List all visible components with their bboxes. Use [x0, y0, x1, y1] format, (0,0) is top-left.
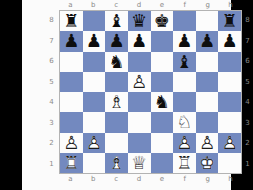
- square-e8[interactable]: ♚: [151, 11, 174, 31]
- square-a1[interactable]: ♜♖: [60, 153, 83, 173]
- square-c2[interactable]: [105, 133, 128, 153]
- piece-white-queen: ♕: [128, 153, 151, 173]
- square-e5[interactable]: [151, 72, 174, 92]
- square-b1[interactable]: [83, 153, 106, 173]
- piece-black-pawn: ♟: [128, 31, 151, 51]
- square-e6[interactable]: [151, 52, 174, 72]
- square-b4[interactable]: [83, 92, 106, 112]
- square-c4[interactable]: ♝♗: [105, 92, 128, 112]
- piece-white-king: ♔: [196, 153, 219, 173]
- square-c5[interactable]: [105, 72, 128, 92]
- piece-white-bishop: ♗: [105, 153, 128, 173]
- square-d8[interactable]: ♛: [128, 11, 151, 31]
- square-e3[interactable]: [151, 112, 174, 132]
- rank-label-right-8: 8: [242, 10, 253, 31]
- file-label-bottom-g: g: [196, 174, 219, 188]
- square-c6[interactable]: ♞: [105, 52, 128, 72]
- square-g8[interactable]: [196, 11, 219, 31]
- square-h6[interactable]: [218, 52, 241, 72]
- square-c8[interactable]: ♝: [105, 11, 128, 31]
- piece-white-pawn: ♙: [128, 72, 151, 92]
- piece-white-pawn: ♙: [173, 133, 196, 153]
- piece-white-pawn-fill: ♟: [83, 133, 106, 153]
- square-a5[interactable]: [60, 72, 83, 92]
- piece-black-pawn: ♟: [173, 31, 196, 51]
- rank-label-left-8: 8: [44, 10, 59, 31]
- file-label-bottom-h: h: [219, 174, 242, 188]
- square-g6[interactable]: [196, 52, 219, 72]
- square-h4[interactable]: [218, 92, 241, 112]
- rank-label-right-4: 4: [242, 92, 253, 113]
- square-f7[interactable]: ♟: [173, 31, 196, 51]
- piece-black-knight: ♞: [105, 52, 128, 72]
- rank-label-right-2: 2: [242, 133, 253, 154]
- file-label-top-f: f: [173, 0, 196, 10]
- file-label-bottom-f: f: [173, 174, 196, 188]
- file-label-top-d: d: [128, 0, 151, 10]
- file-label-top-e: e: [151, 0, 174, 10]
- piece-black-pawn: ♟: [60, 31, 83, 51]
- piece-black-rook: ♜: [60, 11, 83, 31]
- square-h3[interactable]: [218, 112, 241, 132]
- square-h7[interactable]: ♟: [218, 31, 241, 51]
- piece-white-queen-fill: ♛: [128, 153, 151, 173]
- square-f6[interactable]: ♝: [173, 52, 196, 72]
- square-b2[interactable]: ♟♙: [83, 133, 106, 153]
- piece-white-pawn: ♙: [196, 133, 219, 153]
- square-b6[interactable]: [83, 52, 106, 72]
- square-e7[interactable]: [151, 31, 174, 51]
- square-h1[interactable]: [218, 153, 241, 173]
- piece-white-pawn-fill: ♟: [60, 133, 83, 153]
- piece-white-pawn-fill: ♟: [128, 72, 151, 92]
- square-g5[interactable]: [196, 72, 219, 92]
- piece-white-rook: ♖: [173, 153, 196, 173]
- square-h5[interactable]: [218, 72, 241, 92]
- square-h2[interactable]: ♟♙: [218, 133, 241, 153]
- piece-white-knight-fill: ♞: [173, 112, 196, 132]
- rank-label-left-7: 7: [44, 31, 59, 52]
- square-b5[interactable]: [83, 72, 106, 92]
- piece-black-pawn: ♟: [218, 31, 241, 51]
- piece-white-pawn: ♙: [83, 133, 106, 153]
- square-b7[interactable]: ♟: [83, 31, 106, 51]
- piece-white-pawn: ♙: [218, 133, 241, 153]
- piece-black-queen: ♛: [128, 11, 151, 31]
- piece-black-rook: ♜: [218, 11, 241, 31]
- piece-black-knight: ♞: [151, 92, 174, 112]
- piece-white-bishop-fill: ♝: [105, 92, 128, 112]
- rank-label-right-6: 6: [242, 51, 253, 72]
- square-a7[interactable]: ♟: [60, 31, 83, 51]
- square-g1[interactable]: ♚♔: [196, 153, 219, 173]
- file-label-top-g: g: [196, 0, 219, 10]
- square-f3[interactable]: ♞♘: [173, 112, 196, 132]
- square-d2[interactable]: [128, 133, 151, 153]
- square-e4[interactable]: ♞: [151, 92, 174, 112]
- square-d4[interactable]: [128, 92, 151, 112]
- square-d3[interactable]: [128, 112, 151, 132]
- piece-white-pawn-fill: ♟: [173, 133, 196, 153]
- piece-white-rook: ♖: [60, 153, 83, 173]
- square-h8[interactable]: ♜: [218, 11, 241, 31]
- square-g4[interactable]: [196, 92, 219, 112]
- rank-label-left-5: 5: [44, 72, 59, 93]
- piece-white-bishop: ♗: [105, 92, 128, 112]
- file-label-top-h: h: [219, 0, 242, 10]
- rank-label-left-1: 1: [44, 154, 59, 175]
- piece-black-king: ♚: [151, 11, 174, 31]
- file-label-bottom-e: e: [151, 174, 174, 188]
- file-labels-top: abcdefgh: [59, 0, 242, 10]
- rank-label-left-2: 2: [44, 133, 59, 154]
- file-label-bottom-a: a: [59, 174, 82, 188]
- piece-white-pawn-fill: ♟: [218, 133, 241, 153]
- file-label-top-a: a: [59, 0, 82, 10]
- file-label-bottom-d: d: [128, 174, 151, 188]
- chess-board: ♜♝♛♚♜♟♟♟♟♟♟♟♞♝♟♙♝♗♞♞♘♟♙♟♙♟♙♟♙♟♙♜♖♝♗♛♕♜♖♚…: [59, 10, 242, 174]
- square-d1[interactable]: ♛♕: [128, 153, 151, 173]
- piece-white-king-fill: ♚: [196, 153, 219, 173]
- rank-labels-right: 87654321: [242, 10, 253, 174]
- piece-white-rook-fill: ♜: [173, 153, 196, 173]
- square-f2[interactable]: ♟♙: [173, 133, 196, 153]
- square-f5[interactable]: [173, 72, 196, 92]
- square-d5[interactable]: ♟♙: [128, 72, 151, 92]
- piece-white-knight: ♘: [173, 112, 196, 132]
- diagram-panel: abcdefgh 87654321 ♜♝♛♚♜♟♟♟♟♟♟♟♞♝♟♙♝♗♞♞♘♟…: [22, 0, 231, 190]
- rank-labels-left: 87654321: [44, 10, 59, 174]
- square-a8[interactable]: ♜: [60, 11, 83, 31]
- square-d7[interactable]: ♟: [128, 31, 151, 51]
- square-b8[interactable]: [83, 11, 106, 31]
- square-a3[interactable]: [60, 112, 83, 132]
- square-a4[interactable]: [60, 92, 83, 112]
- rank-label-right-1: 1: [242, 154, 253, 175]
- piece-black-bishop: ♝: [105, 11, 128, 31]
- square-e2[interactable]: [151, 133, 174, 153]
- square-f1[interactable]: ♜♖: [173, 153, 196, 173]
- rank-label-left-4: 4: [44, 92, 59, 113]
- square-a6[interactable]: [60, 52, 83, 72]
- square-b3[interactable]: [83, 112, 106, 132]
- square-g3[interactable]: [196, 112, 219, 132]
- file-label-bottom-c: c: [105, 174, 128, 188]
- rank-label-right-5: 5: [242, 72, 253, 93]
- square-f4[interactable]: [173, 92, 196, 112]
- square-c7[interactable]: ♟: [105, 31, 128, 51]
- piece-black-bishop: ♝: [173, 52, 196, 72]
- piece-black-pawn: ♟: [105, 31, 128, 51]
- piece-white-bishop-fill: ♝: [105, 153, 128, 173]
- square-f8[interactable]: [173, 11, 196, 31]
- square-c1[interactable]: ♝♗: [105, 153, 128, 173]
- rank-label-left-6: 6: [44, 51, 59, 72]
- square-g2[interactable]: ♟♙: [196, 133, 219, 153]
- square-d6[interactable]: [128, 52, 151, 72]
- square-e1[interactable]: [151, 153, 174, 173]
- file-label-top-c: c: [105, 0, 128, 10]
- piece-white-pawn-fill: ♟: [196, 133, 219, 153]
- rank-label-right-7: 7: [242, 31, 253, 52]
- file-label-top-b: b: [82, 0, 105, 10]
- screenshot-root: abcdefgh 87654321 ♜♝♛♚♜♟♟♟♟♟♟♟♞♝♟♙♝♗♞♞♘♟…: [0, 0, 253, 190]
- piece-black-pawn: ♟: [83, 31, 106, 51]
- file-label-bottom-b: b: [82, 174, 105, 188]
- square-g7[interactable]: ♟: [196, 31, 219, 51]
- square-a2[interactable]: ♟♙: [60, 133, 83, 153]
- rank-label-left-3: 3: [44, 113, 59, 134]
- rank-label-right-3: 3: [242, 113, 253, 134]
- file-labels-bottom: abcdefgh: [59, 174, 242, 188]
- piece-white-rook-fill: ♜: [60, 153, 83, 173]
- piece-black-pawn: ♟: [196, 31, 219, 51]
- piece-white-pawn: ♙: [60, 133, 83, 153]
- square-c3[interactable]: [105, 112, 128, 132]
